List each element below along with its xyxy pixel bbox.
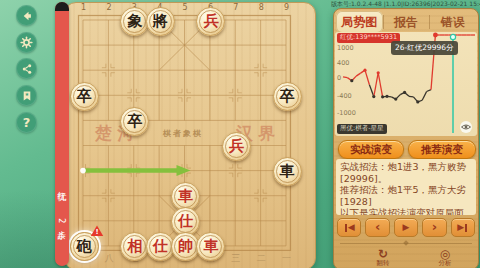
svg-text:★: ★ (24, 92, 28, 97)
tab-局势图[interactable]: 局势图 (336, 11, 383, 33)
actual-line-button[interactable]: 实战演变 (338, 140, 404, 159)
piece-character: 象 (127, 14, 142, 29)
gear-icon (20, 36, 33, 49)
back-icon (21, 10, 33, 22)
piece-character: 兵 (203, 14, 218, 29)
playback-first-button[interactable]: ◀ (337, 218, 361, 237)
bookmark-button[interactable]: ★ (16, 85, 37, 106)
piece-character: 卒 (127, 114, 142, 129)
file-label-bottom: 八 (104, 252, 113, 265)
analyze-label: 分析 (439, 260, 452, 267)
piece-red-兵[interactable]: 兵 (196, 7, 225, 36)
analysis-line: 实战招法：炮1进3，黑方败势[29996]。 (340, 161, 472, 184)
recommended-line-button[interactable]: 推荐演变 (408, 140, 476, 159)
file-label-top: 7 (233, 3, 238, 12)
tab-错误[interactable]: 错误 (429, 11, 476, 33)
piece-character: 砲 (77, 239, 92, 254)
evaluation-chart[interactable]: 红优:139****5931 黑优:棋者-星星 26-红优29996分 1000… (335, 32, 477, 136)
black-player-badge: 黑优:棋者-星星 (337, 124, 387, 134)
settings-button[interactable] (16, 32, 37, 53)
piece-character: 仕 (153, 239, 168, 254)
eval-black-portion (55, 2, 69, 11)
analyze-button[interactable]: ◎ 分析 (422, 246, 468, 268)
playback-last-button[interactable]: ▶ (451, 218, 475, 237)
piece-character: 仕 (178, 214, 193, 229)
piece-red-兵[interactable]: 兵 (222, 132, 251, 161)
piece-character: 相 (127, 239, 142, 254)
piece-black-砲[interactable]: 砲! (70, 232, 99, 261)
share-icon (21, 63, 33, 75)
svg-text:0: 0 (337, 74, 341, 82)
analyze-icon: ◎ (440, 248, 450, 260)
eval-advantage-label: 红优 (55, 184, 69, 186)
toggle-visibility-icon (460, 121, 472, 133)
file-label-top: 2 (106, 3, 111, 12)
piece-character: 卒 (280, 89, 295, 104)
piece-character: 車 (178, 189, 193, 204)
piece-black-卒[interactable]: 卒 (273, 82, 302, 111)
flip-board-button[interactable]: ↻ 翻转 (360, 246, 406, 268)
piece-character: 卒 (77, 89, 92, 104)
file-label-top: 5 (183, 3, 188, 12)
share-button[interactable] (16, 58, 37, 79)
piece-black-象[interactable]: 象 (120, 7, 149, 36)
file-label-top: 1 (81, 3, 86, 12)
analysis-line: 推荐招法：炮1平5，黑方大劣[1928] (340, 184, 472, 207)
piece-character: 將 (153, 14, 168, 29)
question-icon: ? (23, 116, 31, 129)
piece-character: 車 (203, 239, 218, 254)
playback-prev-button[interactable]: ‹ (365, 218, 389, 237)
piece-black-將[interactable]: 將 (146, 7, 175, 36)
xiangqi-analysis-app: { "app": { "version_prefix": "版本号:1.0.2.… (0, 0, 480, 268)
bookmark-star-icon: ★ (21, 90, 33, 102)
version-info: 版本号:1.0.2.4-48 |1.1.0|ID:26396|2023-02-2… (331, 0, 480, 8)
analysis-text-box: 实战招法：炮1进3，黑方败势[29996]。推荐招法：炮1平5，黑方大劣[192… (336, 159, 476, 215)
playback-play-button[interactable]: ▶ (394, 218, 418, 237)
eval-mate-label: 2步杀 (55, 218, 69, 226)
flip-label: 翻转 (377, 260, 390, 267)
help-button[interactable]: ? (16, 112, 37, 133)
playback-next-button[interactable]: › (422, 218, 446, 237)
file-label-bottom: 一 (282, 252, 291, 265)
playback-controls: ◀‹▶›▶ (337, 218, 475, 237)
evaluation-bar: 红优 2步杀 (55, 2, 69, 266)
file-label-bottom: 二 (257, 252, 266, 265)
svg-text:-1000: -1000 (337, 109, 356, 117)
analysis-panel: 局势图报告错误 红优:139****5931 黑优:棋者-星星 26-红优299… (333, 8, 479, 268)
tab-报告[interactable]: 报告 (383, 11, 430, 33)
back-button[interactable] (16, 5, 37, 26)
svg-text:1000: 1000 (337, 44, 354, 52)
piece-black-卒[interactable]: 卒 (70, 82, 99, 111)
panel-tabs: 局势图报告错误 (336, 11, 476, 33)
rotate-icon: ↻ (378, 248, 388, 260)
analysis-line: 以下是实战招法演变对原局面的变化 (340, 207, 472, 215)
panel-divider (340, 243, 472, 244)
piece-black-車[interactable]: 車 (273, 157, 302, 186)
svg-text:400: 400 (337, 59, 349, 67)
version-text: 版本号:1.0.2.4-48 |1.1.0|ID:26396|2023-02-2… (331, 0, 480, 7)
file-label-bottom: 三 (231, 252, 240, 265)
file-label-top: 9 (284, 3, 289, 12)
svg-text:-400: -400 (337, 92, 352, 100)
piece-character: 帥 (178, 239, 193, 254)
piece-character: 車 (280, 164, 295, 179)
file-label-top: 8 (259, 3, 264, 12)
chart-tooltip: 26-红优29996分 (391, 41, 458, 55)
piece-black-卒[interactable]: 卒 (120, 107, 149, 136)
piece-character: 兵 (229, 139, 244, 154)
